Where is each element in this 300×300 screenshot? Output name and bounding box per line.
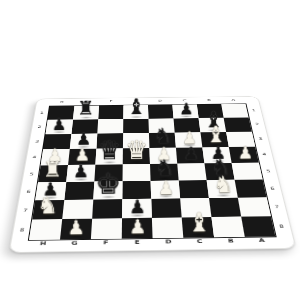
rank-label-3: 3 [255,131,267,146]
rank-label-8: 8 [15,220,29,241]
square-g3: ♟ [70,134,97,149]
square-f3 [96,133,123,148]
square-e8: ♟ [122,218,153,239]
square-g2 [71,119,98,134]
square-e7: ♟ [122,199,152,218]
square-b1 [197,104,224,118]
square-d4: ♟ [149,148,177,164]
square-a4: ♟ [229,147,259,163]
square-d8 [152,217,183,238]
square-b2: ♝ [199,118,227,133]
file-label-f: F [90,240,122,248]
square-g4: ♟ [68,149,96,165]
black-pawn-g3: ♟ [75,131,90,148]
piece-shadow [157,177,172,180]
square-c6 [179,180,209,198]
square-h7: ♞ [32,200,64,220]
file-label-e: E [121,240,153,248]
square-f1 [98,105,123,119]
piece-shadow [102,161,116,164]
square-g1: ♜ [73,106,99,120]
square-a2 [224,118,252,133]
square-b4: ♟ [202,147,231,163]
piece-shadow [213,176,228,179]
square-b3: ♝ [200,132,228,147]
square-a8 [241,216,275,237]
rank-label-7: 7 [270,197,284,216]
rank-label-4: 4 [258,146,271,162]
square-c5 [177,163,206,180]
rank-label-4: 4 [29,149,41,165]
square-c7 [180,198,211,217]
rank-label-1: 1 [248,103,259,117]
rank-label-2: 2 [251,117,263,131]
rank-label-2: 2 [34,119,45,134]
file-label-b: B [215,238,247,246]
square-g7 [62,200,93,220]
piece-shadow [40,215,56,219]
rank-label-1: 1 [37,106,48,120]
square-e1: ♝ [123,105,148,119]
piece-shadow [210,159,225,162]
square-f4: ♛ [95,148,123,164]
square-f5 [94,164,122,181]
file-label-d: D [153,239,185,247]
square-b8 [211,217,244,238]
square-b7 [209,198,241,217]
rank-label-6: 6 [266,179,280,197]
square-d3: ♞ [149,133,176,148]
square-h4: ♟ [41,149,70,165]
square-g8: ♟ [60,219,92,240]
square-g5: ♟ [66,165,95,182]
square-h3 [43,134,71,149]
product-photo-scene: HGFEDCBA HGFEDCBA 12345678 12345678 ♜♝♟♟… [0,0,300,300]
piece-shadow [158,194,173,198]
rank-label-6: 6 [22,183,35,201]
square-e4: ♛ [123,148,150,164]
square-d7 [151,198,181,217]
square-h8 [29,219,62,240]
piece-shadow [129,234,145,238]
square-c4: ♟ [176,147,205,163]
square-c3: ♟ [175,132,203,147]
piece-shadow [238,159,253,162]
square-h2: ♟ [46,120,73,135]
piece-shadow [68,234,84,238]
square-e3 [123,133,150,148]
piece-shadow [45,178,60,181]
piece-shadow [215,194,230,198]
piece-shadow [129,214,144,218]
square-h5: ♜ [38,165,68,182]
square-f8 [91,218,122,239]
rank-label-5: 5 [25,165,37,182]
square-a7 [238,197,271,216]
square-c2 [174,118,201,133]
square-d2 [148,118,174,133]
file-label-h: H [26,241,59,249]
chess-board: ♜♝♟♟♝♟♞♟♝♟♟♛♛♟♟♟♟♜♟♞♞♟♚♟♞♞♟♟♟♝ [28,104,277,241]
square-a5 [232,163,263,180]
file-label-a: A [246,238,279,246]
chess-mat: HGFEDCBA HGFEDCBA 12345678 12345678 ♜♝♟♟… [8,96,296,253]
square-f6: ♚ [93,181,122,199]
square-e6 [122,181,151,199]
square-f2 [97,119,123,134]
piece-shadow [42,196,57,200]
square-a3 [226,132,255,147]
piece-shadow [190,233,206,237]
square-h6: ♟ [35,182,66,200]
white-pawn-d4: ♟ [156,146,172,163]
square-f7 [92,199,122,218]
square-c8: ♝ [182,217,214,238]
rank-label-5: 5 [262,162,275,179]
file-label-g: G [58,241,90,249]
square-e2 [123,119,149,134]
piece-shadow [100,195,115,199]
black-pawn-e7: ♟ [128,198,145,217]
rank-label-3: 3 [31,134,42,149]
square-d1 [148,105,174,119]
square-d5: ♞ [150,164,179,181]
file-label-c: C [184,239,216,247]
square-e5 [123,164,151,181]
rank-label-7: 7 [19,201,32,220]
square-d6: ♟ [151,181,181,199]
rank-label-8: 8 [274,217,289,238]
piece-shadow [156,160,170,163]
piece-shadow [183,160,197,163]
piece-shadow [73,178,88,181]
square-b6: ♞ [207,180,238,198]
square-g6 [64,182,94,200]
square-b5: ♞ [204,163,234,180]
square-a1 [221,104,248,118]
piece-shadow [182,144,196,147]
square-c1: ♟ [172,105,198,119]
square-a6 [235,179,267,197]
square-h1 [48,106,75,120]
